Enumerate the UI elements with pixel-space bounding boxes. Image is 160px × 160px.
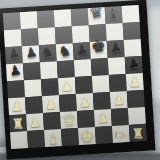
- square-h4[interactable]: ♟: [126, 73, 144, 91]
- square-b4[interactable]: [24, 79, 42, 97]
- square-b5[interactable]: [23, 62, 41, 80]
- square-e6[interactable]: ♟: [73, 42, 91, 60]
- square-c5[interactable]: [40, 61, 58, 79]
- square-e4[interactable]: [75, 76, 93, 94]
- square-g4[interactable]: [109, 74, 127, 92]
- square-c3[interactable]: ♟: [42, 95, 60, 113]
- square-g8[interactable]: ♝: [105, 6, 123, 24]
- piece-white-pawn-d4[interactable]: ♟: [61, 79, 73, 93]
- square-f6[interactable]: ♚: [90, 41, 108, 59]
- square-b3[interactable]: [25, 96, 43, 114]
- square-d5[interactable]: [57, 60, 75, 78]
- square-e3[interactable]: ♟: [76, 93, 94, 111]
- square-d8[interactable]: [54, 9, 72, 27]
- square-c4[interactable]: [41, 78, 59, 96]
- piece-white-pawn-b2[interactable]: ♟: [29, 115, 41, 129]
- square-b2[interactable]: ♟: [26, 113, 44, 131]
- square-g6[interactable]: ♟: [107, 40, 125, 58]
- square-b8[interactable]: [20, 11, 38, 29]
- piece-black-queen-f8[interactable]: ♛: [88, 3, 105, 21]
- square-f2[interactable]: ♟: [94, 109, 112, 127]
- piece-white-pawn-a3[interactable]: ♟: [11, 99, 23, 113]
- piece-black-pawn-e6[interactable]: ♟: [75, 42, 88, 57]
- square-f5[interactable]: [91, 58, 109, 76]
- square-a1[interactable]: [10, 131, 28, 149]
- square-a5[interactable]: ♟: [6, 63, 24, 81]
- square-h8[interactable]: [122, 5, 140, 23]
- piece-white-king-e1[interactable]: ♚: [79, 128, 94, 145]
- square-c6[interactable]: ♞: [39, 44, 57, 62]
- square-e8[interactable]: [71, 8, 89, 26]
- square-b6[interactable]: ♟: [22, 45, 40, 63]
- piece-black-knight-d6[interactable]: ♞: [57, 42, 71, 58]
- board-frame: ♛♝♟♟♞♞♟♚♟♟♟♟♟♟♟♟♟♜♟♛♟♝♚♝♜: [0, 0, 155, 159]
- piece-black-pawn-g6[interactable]: ♟: [109, 40, 122, 55]
- piece-white-queen-d2[interactable]: ♛: [61, 112, 76, 129]
- square-b1[interactable]: [27, 130, 45, 148]
- piece-white-pawn-h4[interactable]: ♟: [129, 75, 141, 89]
- square-g2[interactable]: [111, 108, 129, 126]
- piece-white-pawn-g3[interactable]: ♟: [113, 93, 125, 107]
- square-a8[interactable]: [3, 12, 21, 30]
- piece-black-pawn-b6[interactable]: ♟: [24, 45, 37, 60]
- piece-white-pawn-e3[interactable]: ♟: [79, 95, 91, 109]
- square-h3[interactable]: [127, 90, 145, 108]
- square-h1[interactable]: ♜: [129, 124, 147, 142]
- square-g3[interactable]: ♟: [110, 91, 128, 109]
- piece-white-rook-h1[interactable]: ♜: [131, 125, 144, 140]
- square-c8[interactable]: [37, 10, 55, 28]
- square-h5[interactable]: ♟: [125, 56, 143, 74]
- square-a4[interactable]: [7, 80, 25, 98]
- piece-black-knight-c6[interactable]: ♞: [40, 43, 54, 59]
- square-f3[interactable]: [93, 92, 111, 110]
- piece-white-rook-a2[interactable]: ♜: [11, 116, 24, 131]
- square-d2[interactable]: ♛: [60, 111, 78, 129]
- piece-black-pawn-a5[interactable]: ♟: [8, 63, 21, 78]
- piece-white-pawn-f2[interactable]: ♟: [97, 111, 109, 125]
- square-e1[interactable]: ♚: [78, 127, 96, 145]
- square-d4[interactable]: ♟: [58, 77, 76, 95]
- square-f4[interactable]: [92, 75, 110, 93]
- square-a2[interactable]: ♜: [9, 114, 27, 132]
- square-g5[interactable]: [108, 57, 126, 75]
- square-c2[interactable]: [43, 112, 61, 130]
- square-f8[interactable]: ♛: [88, 7, 106, 25]
- square-a3[interactable]: ♟: [8, 97, 26, 115]
- square-e5[interactable]: [74, 59, 92, 77]
- square-h7[interactable]: [123, 22, 141, 40]
- square-c1[interactable]: ♝: [44, 129, 62, 147]
- square-d6[interactable]: ♞: [56, 43, 74, 61]
- square-d1[interactable]: [61, 128, 79, 146]
- square-f1[interactable]: [95, 126, 113, 144]
- piece-black-pawn-h5[interactable]: ♟: [127, 56, 140, 71]
- piece-black-bishop-g8[interactable]: ♝: [106, 5, 120, 21]
- square-g1[interactable]: ♝: [112, 125, 130, 143]
- piece-white-bishop-c1[interactable]: ♝: [46, 131, 59, 146]
- piece-white-bishop-g1[interactable]: ♝: [114, 128, 129, 142]
- chess-board: ♛♝♟♟♞♞♟♚♟♟♟♟♟♟♟♟♟♜♟♛♟♝♚♝♜: [3, 5, 147, 149]
- square-h2[interactable]: [128, 107, 146, 125]
- piece-black-pawn-a6[interactable]: ♟: [7, 46, 20, 61]
- piece-white-pawn-c3[interactable]: ♟: [45, 97, 57, 111]
